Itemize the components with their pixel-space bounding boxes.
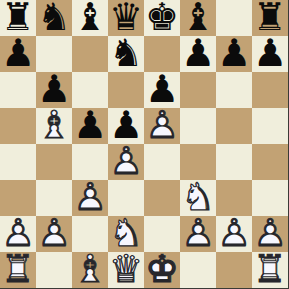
square-d1[interactable]: ♛♕: [108, 252, 144, 288]
square-g4[interactable]: [216, 144, 252, 180]
square-c7[interactable]: [72, 36, 108, 72]
black-pawn-icon[interactable]: ♟: [72, 107, 108, 143]
square-b8[interactable]: ♞: [36, 0, 72, 36]
white-pawn-icon[interactable]: ♟♙: [0, 215, 36, 251]
piece-glyph-outline: ♙: [252, 215, 288, 251]
piece-glyph-fill: ♟: [216, 35, 252, 71]
piece-glyph-fill: ♜: [252, 0, 288, 35]
black-pawn-icon[interactable]: ♟: [0, 35, 36, 71]
square-a6[interactable]: [0, 72, 36, 108]
white-rook-icon[interactable]: ♜♖: [0, 251, 36, 287]
black-pawn-icon[interactable]: ♟: [180, 35, 216, 71]
white-bishop-icon[interactable]: ♝♗: [72, 251, 108, 287]
black-rook-icon[interactable]: ♜: [252, 0, 288, 35]
square-c1[interactable]: ♝♗: [72, 252, 108, 288]
square-a5[interactable]: [0, 108, 36, 144]
piece-glyph-outline: ♙: [108, 143, 144, 179]
square-c3[interactable]: ♟♙: [72, 180, 108, 216]
square-e4[interactable]: [144, 144, 180, 180]
black-pawn-icon[interactable]: ♟: [216, 35, 252, 71]
white-pawn-icon[interactable]: ♟♙: [36, 215, 72, 251]
piece-glyph-fill: ♞: [108, 35, 144, 71]
piece-glyph-outline: ♙: [216, 215, 252, 251]
piece-glyph-outline: ♙: [180, 215, 216, 251]
white-knight-icon[interactable]: ♞♘: [180, 179, 216, 215]
chess-board: ♜♞♝♛♚♝♜♟♞♟♟♟♟♟♝♗♟♟♟♙♟♙♟♙♞♘♟♙♟♙♞♘♟♙♟♙♟♙♜♖…: [0, 0, 289, 289]
piece-glyph-fill: ♝: [180, 0, 216, 35]
piece-glyph-fill: ♟: [0, 35, 36, 71]
piece-glyph-fill: ♝: [72, 0, 108, 35]
black-bishop-icon[interactable]: ♝: [72, 0, 108, 35]
piece-glyph-outline: ♘: [108, 215, 144, 251]
piece-glyph-outline: ♗: [36, 107, 72, 143]
square-g2[interactable]: ♟♙: [216, 216, 252, 252]
square-e1[interactable]: ♚♔: [144, 252, 180, 288]
piece-glyph-fill: ♟: [72, 107, 108, 143]
piece-glyph-outline: ♙: [72, 179, 108, 215]
piece-glyph-outline: ♔: [144, 251, 180, 287]
white-pawn-icon[interactable]: ♟♙: [180, 215, 216, 251]
piece-glyph-outline: ♙: [0, 215, 36, 251]
white-rook-icon[interactable]: ♜♖: [252, 251, 288, 287]
piece-glyph-fill: ♞: [36, 0, 72, 35]
black-king-icon[interactable]: ♚: [144, 0, 180, 35]
square-f1[interactable]: [180, 252, 216, 288]
square-f7[interactable]: ♟: [180, 36, 216, 72]
square-f2[interactable]: ♟♙: [180, 216, 216, 252]
piece-glyph-outline: ♖: [252, 251, 288, 287]
piece-glyph-outline: ♖: [0, 251, 36, 287]
square-h5[interactable]: [252, 108, 288, 144]
square-f5[interactable]: [180, 108, 216, 144]
square-h4[interactable]: [252, 144, 288, 180]
square-g7[interactable]: ♟: [216, 36, 252, 72]
square-b1[interactable]: [36, 252, 72, 288]
square-a4[interactable]: [0, 144, 36, 180]
square-g1[interactable]: [216, 252, 252, 288]
black-pawn-icon[interactable]: ♟: [36, 71, 72, 107]
square-d4[interactable]: ♟♙: [108, 144, 144, 180]
piece-glyph-outline: ♕: [108, 251, 144, 287]
square-e5[interactable]: ♟♙: [144, 108, 180, 144]
piece-glyph-fill: ♟: [144, 71, 180, 107]
white-queen-icon[interactable]: ♛♕: [108, 251, 144, 287]
white-bishop-icon[interactable]: ♝♗: [36, 107, 72, 143]
square-h7[interactable]: ♟: [252, 36, 288, 72]
piece-glyph-outline: ♗: [72, 251, 108, 287]
white-pawn-icon[interactable]: ♟♙: [144, 107, 180, 143]
square-a1[interactable]: ♜♖: [0, 252, 36, 288]
square-e3[interactable]: [144, 180, 180, 216]
piece-glyph-fill: ♟: [252, 35, 288, 71]
square-a7[interactable]: ♟: [0, 36, 36, 72]
black-pawn-icon[interactable]: ♟: [144, 71, 180, 107]
white-pawn-icon[interactable]: ♟♙: [108, 143, 144, 179]
square-h1[interactable]: ♜♖: [252, 252, 288, 288]
square-c5[interactable]: ♟: [72, 108, 108, 144]
black-bishop-icon[interactable]: ♝: [180, 0, 216, 35]
black-pawn-icon[interactable]: ♟: [252, 35, 288, 71]
square-c8[interactable]: ♝: [72, 0, 108, 36]
square-e8[interactable]: ♚: [144, 0, 180, 36]
piece-glyph-fill: ♟: [36, 71, 72, 107]
square-b4[interactable]: [36, 144, 72, 180]
square-b5[interactable]: ♝♗: [36, 108, 72, 144]
black-knight-icon[interactable]: ♞: [108, 35, 144, 71]
white-pawn-icon[interactable]: ♟♙: [216, 215, 252, 251]
piece-glyph-fill: ♚: [144, 0, 180, 35]
black-queen-icon[interactable]: ♛: [108, 0, 144, 35]
white-king-icon[interactable]: ♚♔: [144, 251, 180, 287]
black-knight-icon[interactable]: ♞: [36, 0, 72, 35]
square-h6[interactable]: [252, 72, 288, 108]
piece-glyph-outline: ♙: [36, 215, 72, 251]
piece-glyph-fill: ♟: [180, 35, 216, 71]
square-g5[interactable]: [216, 108, 252, 144]
black-rook-icon[interactable]: ♜: [0, 0, 36, 35]
piece-glyph-outline: ♘: [180, 179, 216, 215]
piece-glyph-fill: ♟: [108, 107, 144, 143]
square-f6[interactable]: [180, 72, 216, 108]
white-pawn-icon[interactable]: ♟♙: [72, 179, 108, 215]
piece-glyph-fill: ♛: [108, 0, 144, 35]
piece-glyph-outline: ♙: [144, 107, 180, 143]
black-pawn-icon[interactable]: ♟: [108, 107, 144, 143]
square-b2[interactable]: ♟♙: [36, 216, 72, 252]
white-knight-icon[interactable]: ♞♘: [108, 215, 144, 251]
chess-board-window: ♜♞♝♛♚♝♜♟♞♟♟♟♟♟♝♗♟♟♟♙♟♙♟♙♞♘♟♙♟♙♞♘♟♙♟♙♟♙♜♖…: [0, 0, 289, 289]
square-g6[interactable]: [216, 72, 252, 108]
piece-glyph-fill: ♜: [0, 0, 36, 35]
white-pawn-icon[interactable]: ♟♙: [252, 215, 288, 251]
square-d7[interactable]: ♞: [108, 36, 144, 72]
